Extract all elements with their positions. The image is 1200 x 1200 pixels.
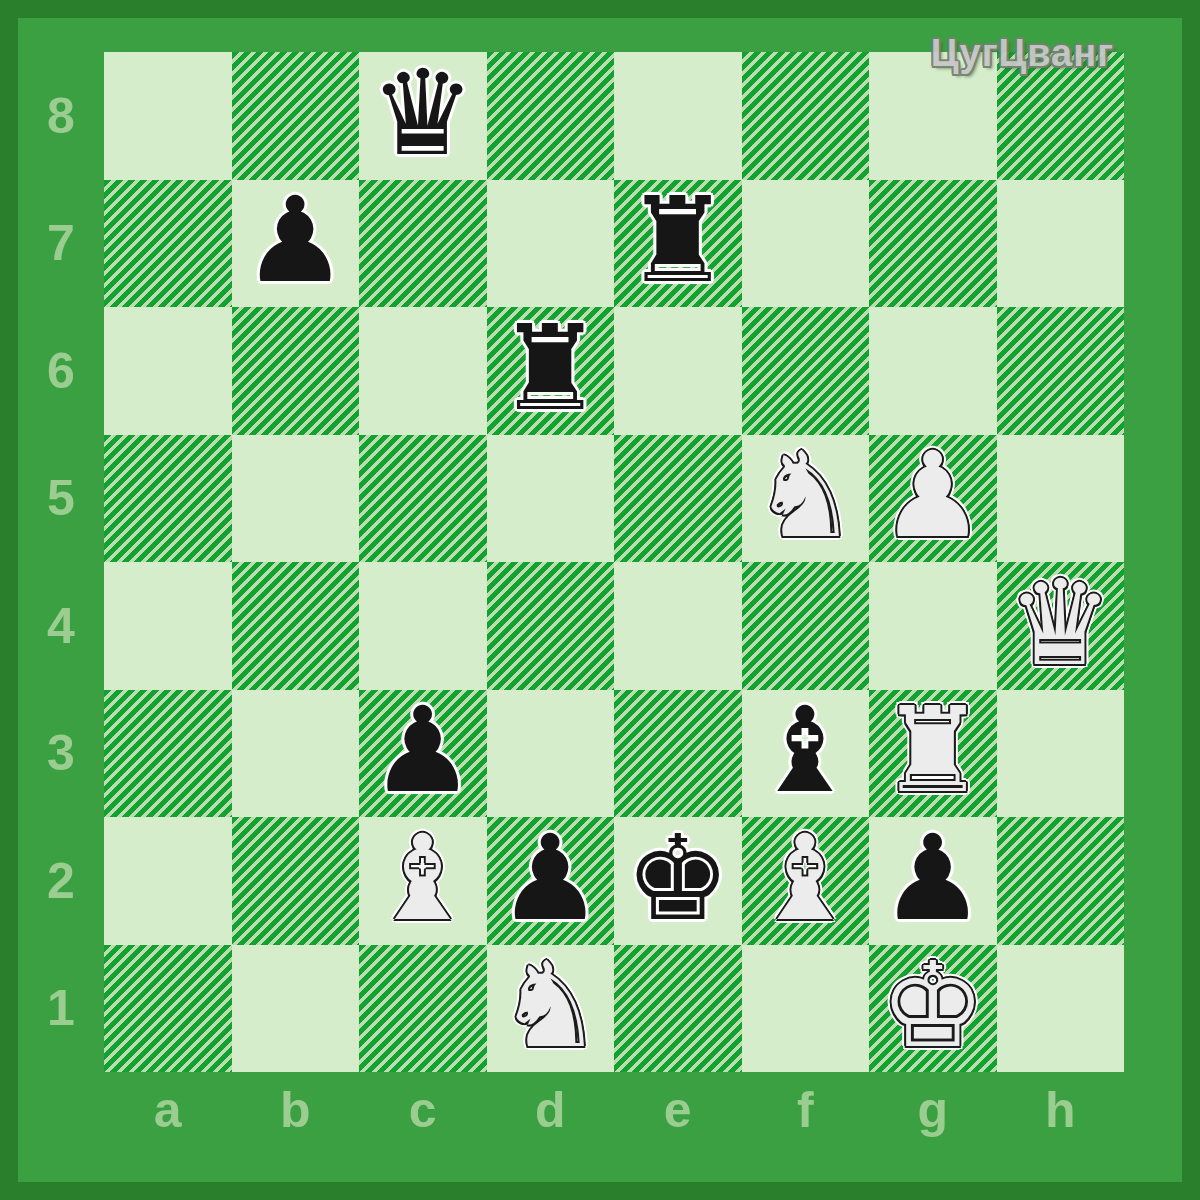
- chess-diagram: ♛♟♜♜♞♟♛♟♝♜♝♟♚♝♟♞♚ 87654321 abcdefgh ЦугЦ…: [0, 0, 1200, 1200]
- rank-label-8: 8: [18, 52, 104, 180]
- white-knight-on-f5[interactable]: ♞: [752, 436, 858, 554]
- square-b6[interactable]: [232, 307, 360, 435]
- square-c6[interactable]: [359, 307, 487, 435]
- square-c7[interactable]: [359, 180, 487, 308]
- square-c4[interactable]: [359, 562, 487, 690]
- square-e3[interactable]: [614, 690, 742, 818]
- rank-label-7: 7: [18, 180, 104, 308]
- square-h2[interactable]: [997, 817, 1125, 945]
- file-label-a: a: [104, 1078, 232, 1142]
- white-pawn-on-g5[interactable]: ♟: [880, 436, 986, 554]
- square-g5[interactable]: ♟: [869, 435, 997, 563]
- black-pawn-on-b7[interactable]: ♟: [242, 181, 348, 299]
- square-d1[interactable]: ♞: [487, 945, 615, 1073]
- square-g4[interactable]: [869, 562, 997, 690]
- square-f4[interactable]: [742, 562, 870, 690]
- square-h7[interactable]: [997, 180, 1125, 308]
- square-a2[interactable]: [104, 817, 232, 945]
- square-d5[interactable]: [487, 435, 615, 563]
- black-pawn-on-d2[interactable]: ♟: [497, 819, 603, 937]
- square-c8[interactable]: ♛: [359, 52, 487, 180]
- rank-label-4: 4: [18, 562, 104, 690]
- square-b2[interactable]: [232, 817, 360, 945]
- square-d2[interactable]: ♟: [487, 817, 615, 945]
- square-h5[interactable]: [997, 435, 1125, 563]
- square-a3[interactable]: [104, 690, 232, 818]
- file-label-h: h: [997, 1078, 1125, 1142]
- square-a8[interactable]: [104, 52, 232, 180]
- rank-label-2: 2: [18, 817, 104, 945]
- square-d7[interactable]: [487, 180, 615, 308]
- square-b3[interactable]: [232, 690, 360, 818]
- white-bishop-on-c2[interactable]: ♝: [370, 819, 476, 937]
- square-e2[interactable]: ♚: [614, 817, 742, 945]
- black-rook-on-d6[interactable]: ♜: [497, 309, 603, 427]
- square-a6[interactable]: [104, 307, 232, 435]
- square-f2[interactable]: ♝: [742, 817, 870, 945]
- square-g1[interactable]: ♚: [869, 945, 997, 1073]
- white-bishop-on-f2[interactable]: ♝: [752, 819, 858, 937]
- black-pawn-on-g2[interactable]: ♟: [880, 819, 986, 937]
- square-g6[interactable]: [869, 307, 997, 435]
- square-a4[interactable]: [104, 562, 232, 690]
- file-label-b: b: [232, 1078, 360, 1142]
- black-bishop-on-f3[interactable]: ♝: [752, 691, 858, 809]
- square-e4[interactable]: [614, 562, 742, 690]
- square-e1[interactable]: [614, 945, 742, 1073]
- file-label-d: d: [487, 1078, 615, 1142]
- square-b4[interactable]: [232, 562, 360, 690]
- square-c3[interactable]: ♟: [359, 690, 487, 818]
- square-f3[interactable]: ♝: [742, 690, 870, 818]
- square-c5[interactable]: [359, 435, 487, 563]
- square-a1[interactable]: [104, 945, 232, 1073]
- square-h4[interactable]: ♛: [997, 562, 1125, 690]
- square-a7[interactable]: [104, 180, 232, 308]
- square-f8[interactable]: [742, 52, 870, 180]
- black-queen-on-c8[interactable]: ♛: [370, 54, 476, 172]
- square-g7[interactable]: [869, 180, 997, 308]
- square-f1[interactable]: [742, 945, 870, 1073]
- rank-label-1: 1: [18, 945, 104, 1073]
- rank-label-6: 6: [18, 307, 104, 435]
- square-f6[interactable]: [742, 307, 870, 435]
- white-queen-on-h4[interactable]: ♛: [1007, 564, 1113, 682]
- file-label-e: e: [614, 1078, 742, 1142]
- file-label-g: g: [869, 1078, 997, 1142]
- square-d3[interactable]: [487, 690, 615, 818]
- square-b8[interactable]: [232, 52, 360, 180]
- white-knight-on-d1[interactable]: ♞: [497, 946, 603, 1064]
- chessboard: ♛♟♜♜♞♟♛♟♝♜♝♟♚♝♟♞♚: [104, 52, 1124, 1072]
- square-h1[interactable]: [997, 945, 1125, 1073]
- square-c2[interactable]: ♝: [359, 817, 487, 945]
- square-e5[interactable]: [614, 435, 742, 563]
- square-b7[interactable]: ♟: [232, 180, 360, 308]
- rank-label-3: 3: [18, 690, 104, 818]
- rank-label-5: 5: [18, 435, 104, 563]
- square-h3[interactable]: [997, 690, 1125, 818]
- white-rook-on-g3[interactable]: ♜: [880, 691, 986, 809]
- square-b5[interactable]: [232, 435, 360, 563]
- square-d8[interactable]: [487, 52, 615, 180]
- square-e6[interactable]: [614, 307, 742, 435]
- square-e7[interactable]: ♜: [614, 180, 742, 308]
- square-a5[interactable]: [104, 435, 232, 563]
- white-king-on-g1[interactable]: ♚: [880, 946, 986, 1064]
- black-king-on-e2[interactable]: ♚: [625, 819, 731, 937]
- square-g3[interactable]: ♜: [869, 690, 997, 818]
- square-e8[interactable]: [614, 52, 742, 180]
- square-b1[interactable]: [232, 945, 360, 1073]
- file-label-f: f: [742, 1078, 870, 1142]
- square-g2[interactable]: ♟: [869, 817, 997, 945]
- square-c1[interactable]: [359, 945, 487, 1073]
- file-label-c: c: [359, 1078, 487, 1142]
- square-d6[interactable]: ♜: [487, 307, 615, 435]
- square-d4[interactable]: [487, 562, 615, 690]
- square-h6[interactable]: [997, 307, 1125, 435]
- square-f5[interactable]: ♞: [742, 435, 870, 563]
- black-rook-on-e7[interactable]: ♜: [625, 181, 731, 299]
- black-pawn-on-c3[interactable]: ♟: [370, 691, 476, 809]
- watermark: ЦугЦванг: [931, 32, 1114, 75]
- square-f7[interactable]: [742, 180, 870, 308]
